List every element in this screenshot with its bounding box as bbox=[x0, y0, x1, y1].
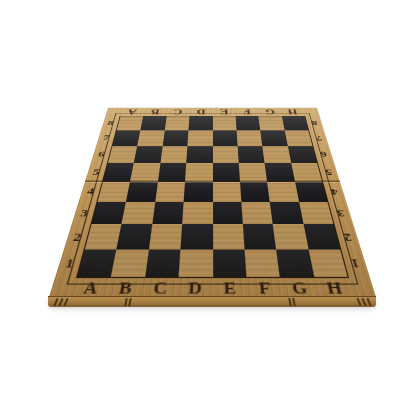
square-g2 bbox=[272, 224, 307, 249]
square-d5 bbox=[185, 163, 212, 181]
square-f7 bbox=[236, 130, 262, 145]
square-e7 bbox=[212, 130, 237, 145]
square-b3 bbox=[121, 201, 154, 223]
coordinate-label: G bbox=[280, 278, 318, 297]
square-d1 bbox=[178, 249, 212, 277]
square-g1 bbox=[276, 249, 313, 277]
coordinate-label: F bbox=[235, 107, 259, 115]
square-c5 bbox=[157, 163, 186, 181]
chess-board: ABCDEFGH ABCDEFGH 12345678 12345678 bbox=[48, 107, 375, 297]
square-a2 bbox=[84, 224, 121, 249]
square-g6 bbox=[262, 146, 290, 163]
square-b1 bbox=[111, 249, 148, 277]
coordinate-label: A bbox=[70, 278, 109, 297]
square-a4 bbox=[97, 181, 130, 201]
square-b7 bbox=[137, 130, 164, 145]
square-a6 bbox=[107, 146, 137, 163]
square-e4 bbox=[212, 181, 241, 201]
square-c2 bbox=[148, 224, 182, 249]
file-labels-bottom: ABCDEFGH bbox=[70, 278, 353, 297]
hinge-mark bbox=[128, 298, 131, 306]
square-b6 bbox=[134, 146, 162, 163]
coordinate-label: 8 bbox=[100, 115, 119, 129]
square-f5 bbox=[238, 163, 267, 181]
square-a1 bbox=[77, 249, 116, 277]
square-c7 bbox=[162, 130, 188, 145]
square-a7 bbox=[112, 130, 140, 145]
coordinate-label: B bbox=[106, 278, 144, 297]
coordinate-label: F bbox=[246, 278, 283, 297]
coordinate-label: 8 bbox=[305, 115, 324, 129]
square-d4 bbox=[183, 181, 212, 201]
coordinate-label: 7 bbox=[96, 130, 116, 146]
square-c1 bbox=[144, 249, 180, 277]
square-h7 bbox=[284, 130, 312, 145]
square-g4 bbox=[267, 181, 298, 201]
square-e8 bbox=[212, 116, 236, 130]
square-b2 bbox=[116, 224, 151, 249]
square-f6 bbox=[237, 146, 264, 163]
fold-seam bbox=[84, 180, 339, 181]
square-g8 bbox=[258, 116, 284, 130]
square-f1 bbox=[244, 249, 280, 277]
square-g7 bbox=[260, 130, 287, 145]
square-h4 bbox=[294, 181, 327, 201]
square-d3 bbox=[182, 201, 212, 223]
square-e2 bbox=[212, 224, 244, 249]
square-h3 bbox=[298, 201, 333, 223]
square-g5 bbox=[264, 163, 294, 181]
hinge-mark bbox=[356, 298, 361, 306]
square-c3 bbox=[152, 201, 184, 223]
square-h8 bbox=[281, 116, 308, 130]
coordinate-label: G bbox=[257, 107, 281, 115]
chessboard-photo: ABCDEFGH ABCDEFGH 12345678 12345678 bbox=[0, 0, 420, 420]
square-h5 bbox=[290, 163, 321, 181]
coordinate-label: B bbox=[142, 107, 166, 115]
file-labels-top: ABCDEFGH bbox=[119, 107, 305, 115]
coordinate-label: E bbox=[212, 107, 235, 115]
hinge-mark bbox=[63, 298, 68, 306]
hinge-mark bbox=[292, 298, 295, 306]
square-b8 bbox=[140, 116, 166, 130]
hinge-mark bbox=[366, 298, 371, 306]
square-a3 bbox=[91, 201, 126, 223]
square-c6 bbox=[160, 146, 187, 163]
square-e6 bbox=[212, 146, 238, 163]
square-e1 bbox=[212, 249, 246, 277]
square-f4 bbox=[239, 181, 269, 201]
square-e5 bbox=[212, 163, 239, 181]
square-f8 bbox=[235, 116, 260, 130]
coordinate-label: H bbox=[314, 278, 353, 297]
square-h1 bbox=[308, 249, 347, 277]
square-f3 bbox=[241, 201, 273, 223]
square-d2 bbox=[180, 224, 212, 249]
coordinate-label: E bbox=[212, 278, 247, 297]
square-h2 bbox=[303, 224, 340, 249]
coordinate-label: D bbox=[177, 278, 212, 297]
board-grid bbox=[75, 115, 348, 277]
square-a8 bbox=[116, 116, 143, 130]
square-d6 bbox=[186, 146, 212, 163]
square-f2 bbox=[242, 224, 276, 249]
coordinate-label: C bbox=[166, 107, 190, 115]
board-front-edge bbox=[48, 296, 376, 307]
hinge-mark bbox=[124, 298, 127, 306]
square-g3 bbox=[269, 201, 302, 223]
hinge-mark bbox=[288, 298, 291, 306]
coordinate-label: 7 bbox=[309, 130, 329, 146]
square-h6 bbox=[287, 146, 317, 163]
square-d8 bbox=[188, 116, 212, 130]
hinge-mark bbox=[361, 298, 366, 306]
square-b5 bbox=[130, 163, 160, 181]
coordinate-label: D bbox=[189, 107, 212, 115]
square-c4 bbox=[155, 181, 185, 201]
coordinate-label: A bbox=[119, 107, 144, 115]
coordinate-label: H bbox=[280, 107, 305, 115]
square-e3 bbox=[212, 201, 242, 223]
square-c8 bbox=[164, 116, 189, 130]
square-b4 bbox=[126, 181, 157, 201]
coordinate-label: C bbox=[141, 278, 178, 297]
square-a5 bbox=[103, 163, 134, 181]
square-d7 bbox=[187, 130, 212, 145]
